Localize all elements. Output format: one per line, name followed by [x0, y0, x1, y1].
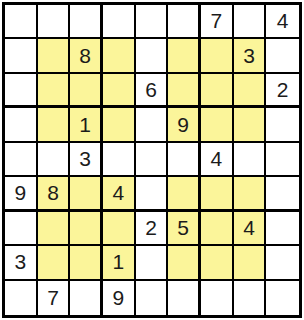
- cell-r3c4[interactable]: [103, 74, 136, 108]
- cell-r5c6[interactable]: [168, 143, 201, 177]
- cell-r7c7[interactable]: [201, 212, 234, 246]
- cell-r6c3[interactable]: [70, 177, 103, 211]
- cell-r8c9[interactable]: [266, 246, 299, 280]
- cell-r9c7[interactable]: [201, 281, 234, 315]
- cell-r2c3-given: 8: [70, 39, 103, 73]
- cell-r1c3[interactable]: [70, 5, 103, 39]
- cell-r9c6[interactable]: [168, 281, 201, 315]
- cell-r2c5[interactable]: [136, 39, 169, 73]
- cell-r5c7-given: 4: [201, 143, 234, 177]
- cell-r5c2[interactable]: [38, 143, 71, 177]
- cell-r8c4-given: 1: [103, 246, 136, 280]
- cell-r4c8[interactable]: [234, 108, 267, 142]
- cell-r5c9[interactable]: [266, 143, 299, 177]
- cell-r4c3-given: 1: [70, 108, 103, 142]
- cell-r8c6[interactable]: [168, 246, 201, 280]
- cell-r5c3-given: 3: [70, 143, 103, 177]
- cell-r6c7[interactable]: [201, 177, 234, 211]
- cell-r1c5[interactable]: [136, 5, 169, 39]
- cell-r1c2[interactable]: [38, 5, 71, 39]
- cell-r6c8[interactable]: [234, 177, 267, 211]
- cell-r2c2[interactable]: [38, 39, 71, 73]
- cell-r7c1[interactable]: [5, 212, 38, 246]
- cell-r4c6-given: 9: [168, 108, 201, 142]
- cell-r2c9[interactable]: [266, 39, 299, 73]
- cell-r2c7[interactable]: [201, 39, 234, 73]
- cell-r4c7[interactable]: [201, 108, 234, 142]
- cell-r9c1[interactable]: [5, 281, 38, 315]
- cell-r2c6[interactable]: [168, 39, 201, 73]
- cell-r3c9-given: 2: [266, 74, 299, 108]
- cell-r2c4[interactable]: [103, 39, 136, 73]
- cell-r3c2[interactable]: [38, 74, 71, 108]
- cell-r6c6[interactable]: [168, 177, 201, 211]
- cell-r5c8[interactable]: [234, 143, 267, 177]
- cell-r8c8[interactable]: [234, 246, 267, 280]
- cell-r5c4[interactable]: [103, 143, 136, 177]
- cell-r6c5[interactable]: [136, 177, 169, 211]
- cell-r7c6-given: 5: [168, 212, 201, 246]
- sudoku-page: 74836219349842543179: [0, 0, 304, 320]
- cell-r9c3[interactable]: [70, 281, 103, 315]
- cell-r7c5-given: 2: [136, 212, 169, 246]
- cell-r1c4[interactable]: [103, 5, 136, 39]
- cell-r9c4-given: 9: [103, 281, 136, 315]
- cell-r4c9[interactable]: [266, 108, 299, 142]
- cell-r6c1-given: 9: [5, 177, 38, 211]
- cell-r1c7-given: 7: [201, 5, 234, 39]
- cell-r2c1[interactable]: [5, 39, 38, 73]
- cell-r4c5[interactable]: [136, 108, 169, 142]
- cell-r7c2[interactable]: [38, 212, 71, 246]
- cell-r5c5[interactable]: [136, 143, 169, 177]
- cell-r7c8-given: 4: [234, 212, 267, 246]
- cell-r9c5[interactable]: [136, 281, 169, 315]
- cell-r3c7[interactable]: [201, 74, 234, 108]
- cell-r9c8[interactable]: [234, 281, 267, 315]
- cell-r6c9[interactable]: [266, 177, 299, 211]
- cell-r8c1-given: 3: [5, 246, 38, 280]
- cell-r1c1[interactable]: [5, 5, 38, 39]
- cell-r1c8[interactable]: [234, 5, 267, 39]
- cell-r9c9[interactable]: [266, 281, 299, 315]
- cell-r9c2-given: 7: [38, 281, 71, 315]
- cell-r4c2[interactable]: [38, 108, 71, 142]
- cell-r1c9-given: 4: [266, 5, 299, 39]
- cell-r5c1[interactable]: [5, 143, 38, 177]
- cell-r2c8-given: 3: [234, 39, 267, 73]
- cell-r8c3[interactable]: [70, 246, 103, 280]
- cell-r3c8[interactable]: [234, 74, 267, 108]
- cell-r1c6[interactable]: [168, 5, 201, 39]
- cell-r7c3[interactable]: [70, 212, 103, 246]
- cell-r7c9[interactable]: [266, 212, 299, 246]
- cell-r8c2[interactable]: [38, 246, 71, 280]
- cell-r3c5-given: 6: [136, 74, 169, 108]
- cell-r4c4[interactable]: [103, 108, 136, 142]
- cell-r8c7[interactable]: [201, 246, 234, 280]
- cell-r8c5[interactable]: [136, 246, 169, 280]
- cell-r3c3[interactable]: [70, 74, 103, 108]
- cell-r3c1[interactable]: [5, 74, 38, 108]
- cell-r6c2-given: 8: [38, 177, 71, 211]
- cell-r3c6[interactable]: [168, 74, 201, 108]
- sudoku-board: 74836219349842543179: [2, 2, 302, 318]
- cell-r7c4[interactable]: [103, 212, 136, 246]
- cell-r6c4-given: 4: [103, 177, 136, 211]
- cell-r4c1[interactable]: [5, 108, 38, 142]
